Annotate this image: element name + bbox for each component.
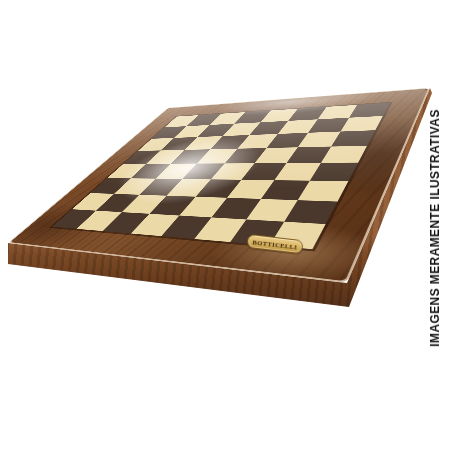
board-squares — [52, 103, 390, 249]
product-photo: BOTTICELLI IMAGENS MERAMENTE ILUSTRATIVA… — [0, 0, 450, 450]
watermark-text: IMAGENS MERAMENTE ILUSTRATIVAS — [428, 109, 442, 347]
board-scene: BOTTICELLI — [0, 0, 450, 450]
chessboard — [8, 88, 430, 283]
brand-plaque-label: BOTTICELLI — [252, 238, 297, 250]
